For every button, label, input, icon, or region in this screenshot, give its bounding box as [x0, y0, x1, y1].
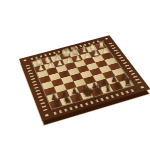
white-pawn[interactable]: ♟ [73, 54, 83, 62]
white-pawn[interactable]: ♟ [45, 61, 56, 69]
board-frame: ♜♞♝♚♛♝♞♜♟♟♟♟♟♟♟♟♟♟♟♟♟♟♟♟♜♞♝♚♛♝♞♜ [19, 35, 150, 121]
white-pawn[interactable]: ♟ [36, 64, 47, 72]
white-pawn[interactable]: ♟ [64, 56, 74, 64]
white-pawn[interactable]: ♟ [54, 58, 65, 66]
photo-canvas: ♜♞♝♚♛♝♞♜♟♟♟♟♟♟♟♟♟♟♟♟♟♟♟♟♜♞♝♚♛♝♞♜ [0, 0, 150, 150]
white-pawn[interactable]: ♟ [82, 51, 92, 59]
square-h2[interactable]: ♟ [35, 65, 47, 73]
black-bishop[interactable]: ♝ [71, 91, 83, 103]
chess-board: ♜♞♝♚♛♝♞♜♟♟♟♟♟♟♟♟♟♟♟♟♟♟♟♟♜♞♝♚♛♝♞♜ [19, 35, 150, 121]
black-knight[interactable]: ♞ [61, 93, 73, 105]
chess-set-scene: ♜♞♝♚♛♝♞♜♟♟♟♟♟♟♟♟♟♟♟♟♟♟♟♟♜♞♝♚♛♝♞♜ [0, 0, 150, 150]
frame-corner-mark [45, 114, 49, 117]
square-b5[interactable] [99, 65, 112, 73]
black-bishop[interactable]: ♝ [102, 82, 114, 93]
frame-corner-mark [140, 86, 144, 89]
white-pawn[interactable]: ♟ [100, 46, 110, 54]
black-rook[interactable]: ♜ [51, 96, 63, 108]
white-pawn[interactable]: ♟ [91, 49, 101, 57]
frame-corner-mark [23, 59, 26, 61]
square-h8[interactable]: ♜ [49, 99, 62, 109]
